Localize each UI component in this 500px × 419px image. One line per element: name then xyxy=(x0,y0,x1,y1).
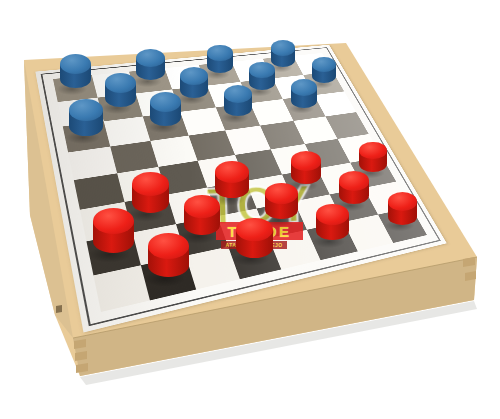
piece-top xyxy=(339,171,369,190)
piece-red xyxy=(316,204,349,251)
piece-red xyxy=(148,233,189,291)
pieces-layer xyxy=(0,0,500,419)
piece-blue xyxy=(207,45,233,82)
piece-top xyxy=(265,183,298,204)
piece-blue xyxy=(271,40,295,74)
piece-top xyxy=(207,45,233,62)
piece-top xyxy=(359,142,387,160)
piece-red xyxy=(388,192,418,234)
piece-top xyxy=(150,92,181,112)
piece-top xyxy=(236,218,273,241)
piece-top xyxy=(312,57,336,72)
piece-blue xyxy=(150,92,181,136)
piece-top xyxy=(60,54,91,74)
piece-blue xyxy=(69,99,103,147)
piece-blue xyxy=(136,49,164,89)
piece-red xyxy=(236,218,273,270)
piece-top xyxy=(132,172,169,196)
piece-blue xyxy=(224,85,252,125)
piece-blue xyxy=(60,54,91,98)
piece-blue xyxy=(180,67,208,107)
piece-blue xyxy=(105,73,136,117)
piece-red xyxy=(132,172,169,225)
piece-top xyxy=(291,151,321,171)
piece-top xyxy=(105,73,136,93)
piece-top xyxy=(271,40,295,55)
piece-top xyxy=(249,62,275,79)
piece-top xyxy=(215,161,249,182)
piece-red xyxy=(93,208,134,266)
product-photo-scene: TOY TRADE ATACADO E VAREJO xyxy=(0,0,500,419)
piece-top xyxy=(388,192,418,211)
piece-top xyxy=(291,79,317,96)
piece-blue xyxy=(291,79,317,116)
piece-blue xyxy=(249,62,275,99)
piece-red xyxy=(184,195,221,247)
piece-top xyxy=(148,233,189,259)
piece-top xyxy=(69,99,103,121)
